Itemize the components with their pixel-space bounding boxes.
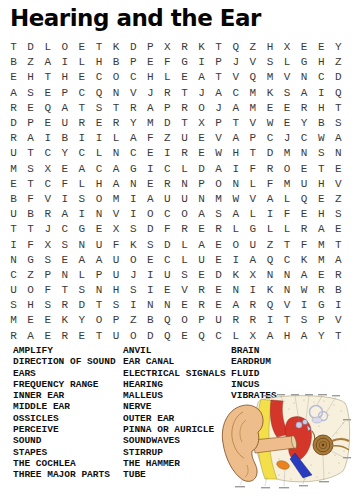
grid-cell[interactable]: D (210, 268, 227, 283)
grid-cell[interactable]: H (313, 177, 330, 192)
grid-cell[interactable]: X (244, 329, 261, 344)
grid-cell[interactable]: Q (296, 192, 313, 207)
grid-cell[interactable]: S (296, 313, 313, 328)
grid-cell[interactable]: A (193, 70, 210, 85)
grid-cell[interactable]: I (244, 283, 261, 298)
grid-cell[interactable]: F (159, 55, 176, 70)
grid-cell[interactable]: W (210, 146, 227, 161)
grid-cell[interactable]: S (261, 55, 278, 70)
grid-cell[interactable]: E (73, 329, 90, 344)
grid-cell[interactable]: S (210, 207, 227, 222)
grid-cell[interactable]: E (296, 40, 313, 55)
grid-cell[interactable]: E (142, 253, 159, 268)
grid-cell[interactable]: A (56, 101, 73, 116)
grid-cell[interactable]: S (330, 116, 347, 131)
grid-cell[interactable]: I (90, 131, 107, 146)
grid-cell[interactable]: T (39, 70, 56, 85)
grid-cell[interactable]: A (296, 268, 313, 283)
grid-cell[interactable]: P (90, 268, 107, 283)
grid-cell[interactable]: P (22, 116, 39, 131)
grid-cell[interactable]: B (5, 55, 22, 70)
grid-cell[interactable]: S (279, 86, 296, 101)
grid-cell[interactable]: S (142, 237, 159, 252)
grid-cell[interactable]: A (193, 237, 210, 252)
grid-cell[interactable]: R (244, 313, 261, 328)
grid-cell[interactable]: R (56, 329, 73, 344)
grid-cell[interactable]: I (227, 162, 244, 177)
grid-cell[interactable]: R (210, 222, 227, 237)
grid-cell[interactable]: Z (159, 131, 176, 146)
grid-cell[interactable]: E (193, 268, 210, 283)
grid-cell[interactable]: K (56, 313, 73, 328)
grid-cell[interactable]: B (142, 313, 159, 328)
grid-cell[interactable]: M (279, 177, 296, 192)
grid-cell[interactable]: T (279, 313, 296, 328)
grid-cell[interactable]: R (330, 268, 347, 283)
grid-cell[interactable]: O (176, 313, 193, 328)
grid-cell[interactable]: I (73, 131, 90, 146)
grid-cell[interactable]: G (296, 55, 313, 70)
grid-cell[interactable]: Q (39, 101, 56, 116)
grid-cell[interactable]: E (56, 162, 73, 177)
grid-cell[interactable]: B (313, 116, 330, 131)
grid-cell[interactable]: Q (193, 329, 210, 344)
grid-cell[interactable]: J (279, 131, 296, 146)
grid-cell[interactable]: Z (244, 40, 261, 55)
grid-cell[interactable]: G (244, 222, 261, 237)
grid-cell[interactable]: A (193, 207, 210, 222)
grid-cell[interactable]: E (210, 283, 227, 298)
grid-cell[interactable]: P (193, 313, 210, 328)
grid-cell[interactable]: M (5, 162, 22, 177)
grid-cell[interactable]: T (90, 298, 107, 313)
grid-cell[interactable]: Q (90, 86, 107, 101)
grid-cell[interactable]: S (56, 237, 73, 252)
grid-cell[interactable]: L (176, 237, 193, 252)
grid-cell[interactable]: Y (330, 40, 347, 55)
grid-cell[interactable]: U (176, 131, 193, 146)
grid-cell[interactable]: C (227, 86, 244, 101)
grid-cell[interactable]: I (313, 86, 330, 101)
grid-cell[interactable]: Q (159, 313, 176, 328)
grid-cell[interactable]: N (142, 298, 159, 313)
grid-cell[interactable]: I (125, 207, 142, 222)
grid-cell[interactable]: E (330, 162, 347, 177)
grid-cell[interactable]: G (22, 253, 39, 268)
grid-cell[interactable]: A (296, 329, 313, 344)
grid-cell[interactable]: F (142, 131, 159, 146)
grid-cell[interactable]: X (279, 40, 296, 55)
grid-cell[interactable]: D (5, 116, 22, 131)
grid-cell[interactable]: I (125, 298, 142, 313)
grid-cell[interactable]: P (210, 55, 227, 70)
grid-cell[interactable]: J (227, 55, 244, 70)
grid-cell[interactable]: E (90, 222, 107, 237)
grid-cell[interactable]: A (142, 101, 159, 116)
grid-cell[interactable]: V (39, 192, 56, 207)
grid-cell[interactable]: Y (296, 116, 313, 131)
grid-cell[interactable]: F (261, 177, 278, 192)
grid-cell[interactable]: U (193, 253, 210, 268)
grid-cell[interactable]: Z (125, 313, 142, 328)
grid-cell[interactable]: C (5, 268, 22, 283)
grid-cell[interactable]: R (159, 86, 176, 101)
grid-cell[interactable]: T (210, 70, 227, 85)
grid-cell[interactable]: N (193, 192, 210, 207)
grid-cell[interactable]: I (261, 207, 278, 222)
grid-cell[interactable]: T (210, 40, 227, 55)
grid-cell[interactable]: Q (159, 329, 176, 344)
grid-cell[interactable]: H (227, 146, 244, 161)
grid-cell[interactable]: P (125, 55, 142, 70)
grid-cell[interactable]: D (73, 298, 90, 313)
grid-cell[interactable]: L (73, 268, 90, 283)
grid-cell[interactable]: F (296, 237, 313, 252)
grid-cell[interactable]: A (108, 162, 125, 177)
grid-cell[interactable]: U (210, 313, 227, 328)
grid-cell[interactable]: T (330, 329, 347, 344)
grid-cell[interactable]: H (90, 55, 107, 70)
grid-cell[interactable]: S (22, 86, 39, 101)
grid-cell[interactable]: C (296, 131, 313, 146)
grid-cell[interactable]: K (125, 237, 142, 252)
grid-cell[interactable]: E (176, 298, 193, 313)
grid-cell[interactable]: N (261, 268, 278, 283)
grid-cell[interactable]: X (39, 162, 56, 177)
grid-cell[interactable]: H (142, 70, 159, 85)
grid-cell[interactable]: N (296, 146, 313, 161)
grid-cell[interactable]: R (244, 298, 261, 313)
grid-cell[interactable]: R (296, 101, 313, 116)
grid-cell[interactable]: N (108, 146, 125, 161)
grid-cell[interactable]: D (142, 222, 159, 237)
grid-cell[interactable]: R (261, 162, 278, 177)
grid-cell[interactable]: S (90, 101, 107, 116)
grid-cell[interactable]: M (210, 192, 227, 207)
grid-cell[interactable]: K (193, 40, 210, 55)
grid-cell[interactable]: U (5, 283, 22, 298)
grid-cell[interactable]: B (56, 131, 73, 146)
grid-cell[interactable]: Y (56, 146, 73, 161)
grid-cell[interactable]: L (159, 70, 176, 85)
grid-cell[interactable]: S (108, 298, 125, 313)
grid-cell[interactable]: A (261, 329, 278, 344)
grid-cell[interactable]: F (159, 222, 176, 237)
grid-cell[interactable]: M (244, 86, 261, 101)
grid-cell[interactable]: T (90, 40, 107, 55)
grid-cell[interactable]: E (142, 177, 159, 192)
grid-cell[interactable]: L (73, 177, 90, 192)
grid-cell[interactable]: T (5, 40, 22, 55)
grid-cell[interactable]: A (39, 55, 56, 70)
grid-cell[interactable]: E (210, 237, 227, 252)
grid-cell[interactable]: E (313, 268, 330, 283)
grid-cell[interactable]: J (193, 86, 210, 101)
grid-cell[interactable]: E (22, 313, 39, 328)
grid-cell[interactable]: L (176, 162, 193, 177)
grid-cell[interactable]: A (73, 162, 90, 177)
grid-cell[interactable]: C (56, 222, 73, 237)
grid-cell[interactable]: D (159, 116, 176, 131)
grid-cell[interactable]: C (90, 70, 107, 85)
grid-cell[interactable]: B (108, 55, 125, 70)
grid-cell[interactable]: O (227, 237, 244, 252)
grid-cell[interactable]: R (176, 101, 193, 116)
grid-cell[interactable]: S (5, 298, 22, 313)
grid-cell[interactable]: R (73, 116, 90, 131)
grid-cell[interactable]: E (279, 116, 296, 131)
grid-cell[interactable]: A (261, 192, 278, 207)
grid-cell[interactable]: I (125, 192, 142, 207)
grid-cell[interactable]: T (330, 237, 347, 252)
grid-cell[interactable]: S (125, 283, 142, 298)
grid-cell[interactable]: E (5, 177, 22, 192)
grid-cell[interactable]: V (227, 70, 244, 85)
grid-cell[interactable]: E (22, 101, 39, 116)
grid-cell[interactable]: M (108, 192, 125, 207)
grid-cell[interactable]: R (5, 101, 22, 116)
grid-cell[interactable]: O (193, 101, 210, 116)
grid-cell[interactable]: T (244, 146, 261, 161)
grid-cell[interactable]: E (330, 222, 347, 237)
grid-cell[interactable]: E (176, 329, 193, 344)
grid-cell[interactable]: N (108, 86, 125, 101)
grid-cell[interactable]: A (227, 131, 244, 146)
grid-cell[interactable]: A (22, 329, 39, 344)
grid-cell[interactable]: I (142, 162, 159, 177)
grid-cell[interactable]: Q (244, 70, 261, 85)
grid-cell[interactable]: O (125, 329, 142, 344)
grid-cell[interactable]: V (244, 55, 261, 70)
grid-cell[interactable]: E (313, 192, 330, 207)
grid-cell[interactable]: C (159, 207, 176, 222)
grid-cell[interactable]: S (39, 298, 56, 313)
grid-cell[interactable]: V (330, 177, 347, 192)
grid-cell[interactable]: T (330, 101, 347, 116)
grid-cell[interactable]: F (244, 162, 261, 177)
grid-cell[interactable]: A (73, 253, 90, 268)
grid-cell[interactable]: L (244, 177, 261, 192)
grid-cell[interactable]: N (176, 177, 193, 192)
grid-cell[interactable]: B (330, 283, 347, 298)
grid-cell[interactable]: N (227, 177, 244, 192)
grid-cell[interactable]: Z (22, 55, 39, 70)
grid-cell[interactable]: I (39, 131, 56, 146)
grid-cell[interactable]: U (108, 329, 125, 344)
grid-cell[interactable]: E (279, 101, 296, 116)
grid-cell[interactable]: T (279, 237, 296, 252)
grid-cell[interactable]: U (159, 268, 176, 283)
grid-cell[interactable]: Y (125, 116, 142, 131)
grid-cell[interactable]: N (90, 207, 107, 222)
grid-cell[interactable]: E (159, 283, 176, 298)
grid-cell[interactable]: A (244, 253, 261, 268)
grid-cell[interactable]: T (22, 177, 39, 192)
grid-cell[interactable]: K (227, 268, 244, 283)
grid-cell[interactable]: F (56, 177, 73, 192)
grid-cell[interactable]: U (176, 192, 193, 207)
grid-cell[interactable]: R (176, 146, 193, 161)
grid-cell[interactable]: R (176, 40, 193, 55)
grid-cell[interactable]: G (73, 222, 90, 237)
grid-cell[interactable]: N (90, 283, 107, 298)
grid-cell[interactable]: E (56, 253, 73, 268)
grid-cell[interactable]: Q (261, 298, 278, 313)
grid-cell[interactable]: U (90, 237, 107, 252)
grid-cell[interactable]: V (279, 70, 296, 85)
grid-cell[interactable]: S (176, 268, 193, 283)
grid-cell[interactable]: W (296, 283, 313, 298)
grid-cell[interactable]: H (313, 101, 330, 116)
grid-cell[interactable]: L (244, 207, 261, 222)
grid-cell[interactable]: H (313, 55, 330, 70)
grid-cell[interactable]: E (5, 70, 22, 85)
grid-cell[interactable]: M (313, 253, 330, 268)
grid-cell[interactable]: V (108, 207, 125, 222)
grid-cell[interactable]: U (244, 237, 261, 252)
grid-cell[interactable]: V (125, 86, 142, 101)
grid-cell[interactable]: L (261, 222, 278, 237)
grid-cell[interactable]: R (313, 283, 330, 298)
grid-cell[interactable]: X (193, 116, 210, 131)
grid-cell[interactable]: L (39, 40, 56, 55)
grid-cell[interactable]: I (227, 253, 244, 268)
grid-cell[interactable]: L (227, 222, 244, 237)
grid-cell[interactable]: A (90, 253, 107, 268)
grid-cell[interactable]: L (279, 222, 296, 237)
grid-cell[interactable]: S (22, 162, 39, 177)
grid-cell[interactable]: T (176, 86, 193, 101)
grid-cell[interactable]: P (313, 313, 330, 328)
grid-cell[interactable]: N (279, 268, 296, 283)
grid-cell[interactable]: C (39, 177, 56, 192)
grid-cell[interactable]: U (296, 177, 313, 192)
grid-cell[interactable]: Q (227, 40, 244, 55)
grid-cell[interactable]: D (193, 162, 210, 177)
grid-cell[interactable]: Z (330, 55, 347, 70)
grid-cell[interactable]: L (108, 131, 125, 146)
grid-cell[interactable]: A (330, 253, 347, 268)
grid-cell[interactable]: C (90, 162, 107, 177)
grid-cell[interactable]: A (210, 86, 227, 101)
grid-cell[interactable]: E (296, 162, 313, 177)
grid-cell[interactable]: D (142, 329, 159, 344)
grid-cell[interactable]: D (261, 146, 278, 161)
grid-cell[interactable]: A (227, 207, 244, 222)
grid-cell[interactable]: Q (330, 86, 347, 101)
grid-cell[interactable]: C (159, 162, 176, 177)
grid-cell[interactable]: S (125, 222, 142, 237)
grid-cell[interactable]: O (279, 162, 296, 177)
grid-cell[interactable]: U (5, 207, 22, 222)
grid-cell[interactable]: E (39, 116, 56, 131)
grid-cell[interactable]: H (22, 70, 39, 85)
grid-cell[interactable]: O (210, 177, 227, 192)
grid-cell[interactable]: K (261, 86, 278, 101)
grid-cell[interactable]: E (313, 40, 330, 55)
grid-cell[interactable]: X (159, 40, 176, 55)
grid-cell[interactable]: A (313, 222, 330, 237)
grid-cell[interactable]: H (22, 298, 39, 313)
grid-cell[interactable]: A (125, 131, 142, 146)
grid-cell[interactable]: D (159, 237, 176, 252)
grid-cell[interactable]: C (39, 146, 56, 161)
grid-cell[interactable]: Q (261, 253, 278, 268)
grid-cell[interactable]: F (22, 192, 39, 207)
grid-cell[interactable]: R (5, 131, 22, 146)
grid-cell[interactable]: C (73, 86, 90, 101)
grid-cell[interactable]: J (142, 86, 159, 101)
grid-cell[interactable]: R (176, 222, 193, 237)
grid-cell[interactable]: L (90, 146, 107, 161)
grid-cell[interactable]: G (313, 298, 330, 313)
grid-cell[interactable]: H (56, 70, 73, 85)
grid-cell[interactable]: F (39, 283, 56, 298)
grid-cell[interactable]: N (73, 237, 90, 252)
grid-cell[interactable]: A (227, 101, 244, 116)
grid-cell[interactable]: S (39, 253, 56, 268)
grid-cell[interactable]: E (193, 222, 210, 237)
grid-cell[interactable]: E (142, 55, 159, 70)
grid-cell[interactable]: E (90, 116, 107, 131)
grid-cell[interactable]: I (56, 192, 73, 207)
grid-cell[interactable]: J (210, 101, 227, 116)
grid-cell[interactable]: C (313, 70, 330, 85)
grid-cell[interactable]: O (108, 70, 125, 85)
grid-cell[interactable]: M (5, 313, 22, 328)
grid-cell[interactable]: I (142, 283, 159, 298)
grid-cell[interactable]: I (193, 55, 210, 70)
grid-cell[interactable]: X (108, 222, 125, 237)
grid-cell[interactable]: E (193, 131, 210, 146)
grid-cell[interactable]: O (22, 283, 39, 298)
grid-cell[interactable]: A (227, 298, 244, 313)
grid-cell[interactable]: L (73, 55, 90, 70)
grid-cell[interactable]: Y (73, 313, 90, 328)
grid-cell[interactable]: T (56, 283, 73, 298)
grid-cell[interactable]: I (261, 313, 278, 328)
grid-cell[interactable]: H (313, 207, 330, 222)
grid-cell[interactable]: I (296, 298, 313, 313)
grid-cell[interactable]: A (22, 131, 39, 146)
grid-cell[interactable]: C (159, 253, 176, 268)
grid-cell[interactable]: H (90, 177, 107, 192)
grid-cell[interactable]: L (279, 55, 296, 70)
grid-cell[interactable]: I (142, 268, 159, 283)
grid-cell[interactable]: R (193, 283, 210, 298)
grid-cell[interactable]: S (73, 192, 90, 207)
grid-cell[interactable]: O (56, 40, 73, 55)
grid-cell[interactable]: T (313, 162, 330, 177)
grid-cell[interactable]: W (261, 116, 278, 131)
grid-cell[interactable]: I (5, 237, 22, 252)
grid-cell[interactable]: R (159, 177, 176, 192)
grid-cell[interactable]: V (279, 298, 296, 313)
grid-cell[interactable]: I (159, 146, 176, 161)
grid-cell[interactable]: R (125, 101, 142, 116)
grid-cell[interactable]: N (330, 146, 347, 161)
grid-cell[interactable]: T (73, 101, 90, 116)
grid-cell[interactable]: C (261, 131, 278, 146)
grid-cell[interactable]: S (330, 207, 347, 222)
grid-cell[interactable]: E (39, 329, 56, 344)
grid-cell[interactable]: V (176, 283, 193, 298)
grid-cell[interactable]: N (5, 253, 22, 268)
grid-cell[interactable]: P (142, 40, 159, 55)
grid-cell[interactable]: O (176, 207, 193, 222)
grid-cell[interactable]: O (125, 253, 142, 268)
grid-cell[interactable]: E (261, 101, 278, 116)
